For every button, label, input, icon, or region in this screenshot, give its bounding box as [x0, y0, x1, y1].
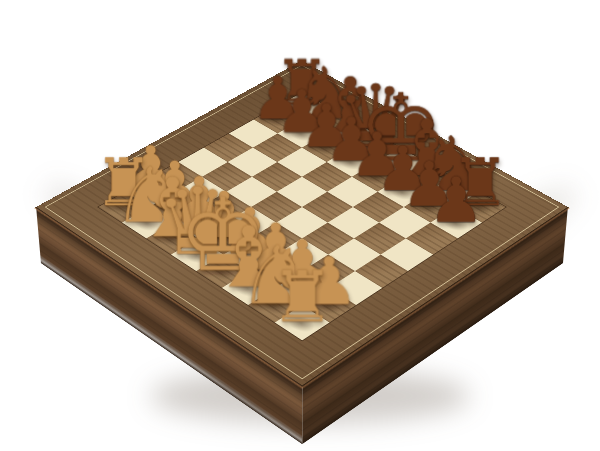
- chess-case: ♜♞♝♛♚♝♞♜♟♟♟♟♟♟♟♟♟♟♟♟♟♟♟♟♜♞♝♛♚♝♞♜: [36, 61, 568, 386]
- chess-set-photo: ♜♞♝♛♚♝♞♜♟♟♟♟♟♟♟♟♟♟♟♟♟♟♟♟♜♞♝♛♚♝♞♜: [0, 0, 600, 451]
- rook-glyph: ♜: [270, 262, 333, 333]
- pawn-glyph: ♟: [428, 169, 484, 232]
